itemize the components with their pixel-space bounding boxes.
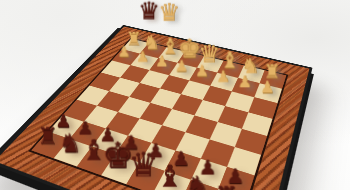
black-pawn-piece: ♟ (55, 112, 71, 130)
black-pawn-piece: ♟ (147, 141, 164, 160)
white-king-piece: ♚ (178, 36, 201, 62)
chess-set-photo: ♜♞♝♚♛♝♞♜♟♟♟♟♟♟♟♟♟♟♟♟♟♟♟♟♜♞♝♚♛♝♞♜ ♛♛ (0, 0, 350, 190)
white-knight-piece: ♞ (241, 56, 260, 77)
white-rook-piece: ♜ (263, 63, 280, 82)
chess-board: ♜♞♝♚♛♝♞♜♟♟♟♟♟♟♟♟♟♟♟♟♟♟♟♟♜♞♝♚♛♝♞♜ ♛♛ (0, 25, 312, 190)
white-rook-piece: ♜ (126, 31, 142, 48)
extra-dark-queen-piece: ♛ (138, 0, 160, 23)
white-bishop-piece: ♝ (219, 49, 239, 71)
white-queen-piece: ♛ (198, 42, 220, 67)
board-grid: ♜♞♝♚♛♝♞♜♟♟♟♟♟♟♟♟♟♟♟♟♟♟♟♟♜♞♝♚♛♝♞♜ (28, 38, 288, 190)
extra-light-queen-piece: ♛ (158, 0, 180, 24)
square-a6 (227, 147, 261, 176)
